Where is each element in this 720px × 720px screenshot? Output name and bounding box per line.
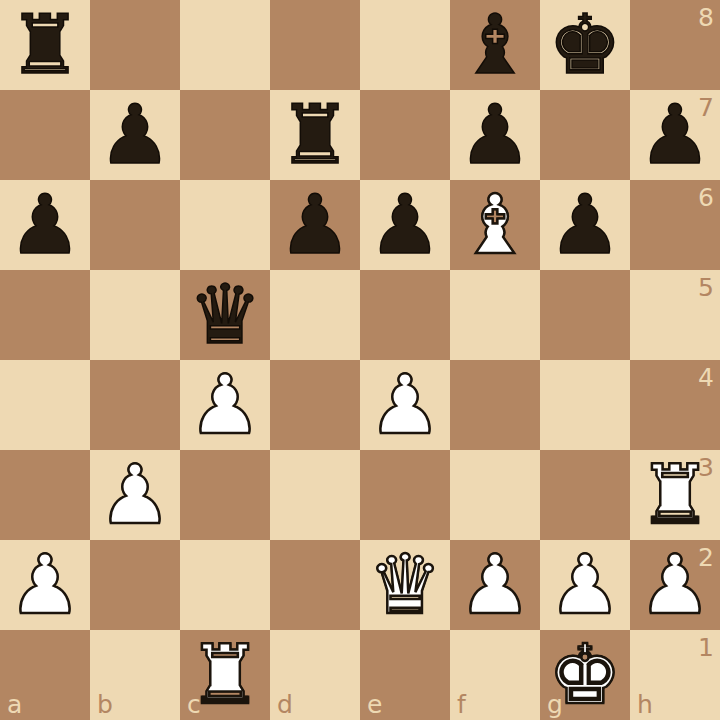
black-rook[interactable]: ♜ bbox=[0, 0, 90, 90]
white-pawn[interactable]: ♟ bbox=[180, 360, 270, 450]
square-a5[interactable] bbox=[0, 270, 90, 360]
square-h2[interactable]: ♟2 bbox=[630, 540, 720, 630]
square-h1[interactable]: 1h bbox=[630, 630, 720, 720]
square-c8[interactable] bbox=[180, 0, 270, 90]
square-f3[interactable] bbox=[450, 450, 540, 540]
square-g2[interactable]: ♟ bbox=[540, 540, 630, 630]
rank-label-6: 6 bbox=[698, 185, 714, 210]
rank-label-3: 3 bbox=[698, 455, 714, 480]
square-h3[interactable]: ♜3 bbox=[630, 450, 720, 540]
square-e5[interactable] bbox=[360, 270, 450, 360]
file-label-c: c bbox=[187, 692, 201, 717]
black-pawn[interactable]: ♟ bbox=[90, 90, 180, 180]
square-g1[interactable]: ♚g bbox=[540, 630, 630, 720]
square-a6[interactable]: ♟ bbox=[0, 180, 90, 270]
square-g4[interactable] bbox=[540, 360, 630, 450]
file-label-h: h bbox=[637, 692, 653, 717]
square-e3[interactable] bbox=[360, 450, 450, 540]
rank-label-5: 5 bbox=[698, 275, 714, 300]
square-g8[interactable]: ♚ bbox=[540, 0, 630, 90]
rank-label-1: 1 bbox=[698, 635, 714, 660]
black-pawn[interactable]: ♟ bbox=[450, 90, 540, 180]
square-b5[interactable] bbox=[90, 270, 180, 360]
square-c1[interactable]: ♜c bbox=[180, 630, 270, 720]
square-a2[interactable]: ♟ bbox=[0, 540, 90, 630]
square-f7[interactable]: ♟ bbox=[450, 90, 540, 180]
square-b3[interactable]: ♟ bbox=[90, 450, 180, 540]
white-pawn[interactable]: ♟ bbox=[0, 540, 90, 630]
square-f4[interactable] bbox=[450, 360, 540, 450]
square-a3[interactable] bbox=[0, 450, 90, 540]
file-label-g: g bbox=[547, 692, 563, 717]
file-label-b: b bbox=[97, 692, 113, 717]
square-e4[interactable]: ♟ bbox=[360, 360, 450, 450]
white-queen[interactable]: ♛ bbox=[360, 540, 450, 630]
white-pawn[interactable]: ♟ bbox=[360, 360, 450, 450]
square-f2[interactable]: ♟ bbox=[450, 540, 540, 630]
square-e6[interactable]: ♟ bbox=[360, 180, 450, 270]
black-rook[interactable]: ♜ bbox=[270, 90, 360, 180]
rank-label-7: 7 bbox=[698, 95, 714, 120]
square-e1[interactable]: e bbox=[360, 630, 450, 720]
square-b2[interactable] bbox=[90, 540, 180, 630]
square-b7[interactable]: ♟ bbox=[90, 90, 180, 180]
square-d8[interactable] bbox=[270, 0, 360, 90]
file-label-a: a bbox=[7, 692, 22, 717]
square-d2[interactable] bbox=[270, 540, 360, 630]
black-pawn[interactable]: ♟ bbox=[270, 180, 360, 270]
square-d1[interactable]: d bbox=[270, 630, 360, 720]
square-h8[interactable]: 8 bbox=[630, 0, 720, 90]
file-label-f: f bbox=[457, 692, 466, 717]
square-h5[interactable]: 5 bbox=[630, 270, 720, 360]
square-d3[interactable] bbox=[270, 450, 360, 540]
square-c4[interactable]: ♟ bbox=[180, 360, 270, 450]
square-e2[interactable]: ♛ bbox=[360, 540, 450, 630]
square-c3[interactable] bbox=[180, 450, 270, 540]
square-b1[interactable]: b bbox=[90, 630, 180, 720]
square-f8[interactable]: ♝ bbox=[450, 0, 540, 90]
square-a1[interactable]: a bbox=[0, 630, 90, 720]
rank-label-8: 8 bbox=[698, 5, 714, 30]
black-pawn[interactable]: ♟ bbox=[0, 180, 90, 270]
white-pawn[interactable]: ♟ bbox=[90, 450, 180, 540]
square-f1[interactable]: f bbox=[450, 630, 540, 720]
black-king[interactable]: ♚ bbox=[540, 0, 630, 90]
square-c7[interactable] bbox=[180, 90, 270, 180]
square-b4[interactable] bbox=[90, 360, 180, 450]
square-g6[interactable]: ♟ bbox=[540, 180, 630, 270]
square-d5[interactable] bbox=[270, 270, 360, 360]
square-g3[interactable] bbox=[540, 450, 630, 540]
black-pawn[interactable]: ♟ bbox=[360, 180, 450, 270]
square-d4[interactable] bbox=[270, 360, 360, 450]
square-a4[interactable] bbox=[0, 360, 90, 450]
black-bishop[interactable]: ♝ bbox=[450, 0, 540, 90]
rank-label-2: 2 bbox=[698, 545, 714, 570]
square-h4[interactable]: 4 bbox=[630, 360, 720, 450]
square-d7[interactable]: ♜ bbox=[270, 90, 360, 180]
square-h6[interactable]: 6 bbox=[630, 180, 720, 270]
square-a7[interactable] bbox=[0, 90, 90, 180]
rank-label-4: 4 bbox=[698, 365, 714, 390]
black-pawn[interactable]: ♟ bbox=[540, 180, 630, 270]
square-e8[interactable] bbox=[360, 0, 450, 90]
file-label-e: e bbox=[367, 692, 382, 717]
white-bishop[interactable]: ♝ bbox=[450, 180, 540, 270]
white-pawn[interactable]: ♟ bbox=[540, 540, 630, 630]
white-pawn[interactable]: ♟ bbox=[450, 540, 540, 630]
square-g7[interactable] bbox=[540, 90, 630, 180]
file-label-d: d bbox=[277, 692, 293, 717]
chess-board: ♜♝♚8♟♜♟♟7♟♟♟♝♟6♛5♟♟4♟♜3♟♛♟♟♟2ab♜cdef♚g1h bbox=[0, 0, 720, 720]
square-c2[interactable] bbox=[180, 540, 270, 630]
square-c6[interactable] bbox=[180, 180, 270, 270]
square-g5[interactable] bbox=[540, 270, 630, 360]
square-h7[interactable]: ♟7 bbox=[630, 90, 720, 180]
black-queen[interactable]: ♛ bbox=[180, 270, 270, 360]
square-b8[interactable] bbox=[90, 0, 180, 90]
square-e7[interactable] bbox=[360, 90, 450, 180]
square-b6[interactable] bbox=[90, 180, 180, 270]
square-f6[interactable]: ♝ bbox=[450, 180, 540, 270]
square-a8[interactable]: ♜ bbox=[0, 0, 90, 90]
square-c5[interactable]: ♛ bbox=[180, 270, 270, 360]
square-f5[interactable] bbox=[450, 270, 540, 360]
square-d6[interactable]: ♟ bbox=[270, 180, 360, 270]
